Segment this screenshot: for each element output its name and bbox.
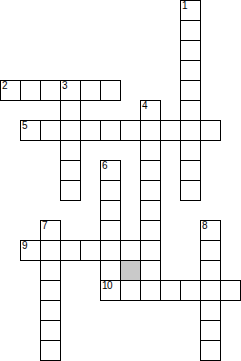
crossword-cell[interactable]: [160, 280, 181, 301]
crossword-cell[interactable]: [180, 180, 201, 201]
clue-number: 2: [2, 81, 7, 91]
clue-number: 10: [102, 281, 112, 291]
crossword-cell[interactable]: [160, 120, 181, 141]
crossword-cell[interactable]: [100, 240, 121, 261]
clue-number: 8: [202, 221, 207, 231]
crossword-cell[interactable]: [140, 120, 161, 141]
clue-number: 6: [102, 161, 107, 171]
clue-number: 1: [182, 1, 187, 11]
crossword-cell[interactable]: [180, 80, 201, 101]
crossword-cell[interactable]: [120, 240, 141, 261]
crossword-cell[interactable]: [100, 120, 121, 141]
crossword-cell[interactable]: [180, 140, 201, 161]
crossword-cell[interactable]: [180, 160, 201, 181]
crossword-cell[interactable]: [100, 180, 121, 201]
crossword-cell[interactable]: [40, 120, 61, 141]
crossword-cell[interactable]: [40, 320, 61, 341]
crossword-cell[interactable]: [200, 300, 221, 321]
crossword-cell[interactable]: [40, 80, 61, 101]
crossword-cell[interactable]: [100, 80, 121, 101]
crossword-cell[interactable]: [100, 260, 121, 281]
crossword-cell[interactable]: [140, 220, 161, 241]
crossword-cell[interactable]: [140, 240, 161, 261]
crossword-cell[interactable]: [60, 100, 81, 121]
crossword-cell[interactable]: [140, 280, 161, 301]
crossword-cell[interactable]: [120, 280, 141, 301]
crossword-cell[interactable]: [60, 180, 81, 201]
crossword-cell[interactable]: [80, 240, 101, 261]
clue-number: 7: [42, 221, 47, 231]
crossword-cell[interactable]: [140, 140, 161, 161]
crossword-cell[interactable]: [140, 260, 161, 281]
crossword-cell[interactable]: [140, 200, 161, 221]
crossword-cell[interactable]: [140, 180, 161, 201]
shaded-cell[interactable]: [120, 260, 141, 281]
crossword-cell[interactable]: [180, 280, 201, 301]
crossword-cell[interactable]: [220, 280, 241, 301]
crossword-cell[interactable]: [200, 320, 221, 341]
crossword-cell[interactable]: [60, 120, 81, 141]
crossword-cell[interactable]: [120, 120, 141, 141]
crossword-cell[interactable]: [20, 80, 41, 101]
crossword-cell[interactable]: [180, 120, 201, 141]
crossword-cell[interactable]: [40, 340, 61, 361]
crossword-cell[interactable]: [40, 300, 61, 321]
crossword-cell[interactable]: [60, 240, 81, 261]
crossword-cell[interactable]: [80, 120, 101, 141]
clue-number: 5: [22, 121, 27, 131]
clue-number: 3: [62, 81, 67, 91]
crossword-cell[interactable]: [200, 240, 221, 261]
crossword-cell[interactable]: [100, 200, 121, 221]
crossword-cell[interactable]: [80, 80, 101, 101]
clue-number: 4: [142, 101, 147, 111]
crossword-cell[interactable]: [180, 20, 201, 41]
crossword-cell[interactable]: [180, 40, 201, 61]
crossword-cell[interactable]: [60, 160, 81, 181]
crossword-cell[interactable]: [40, 240, 61, 261]
crossword-cell[interactable]: [200, 120, 221, 141]
crossword-cell[interactable]: [180, 100, 201, 121]
crossword-cell[interactable]: [140, 160, 161, 181]
crossword-cell[interactable]: [40, 280, 61, 301]
crossword-cell[interactable]: [180, 60, 201, 81]
crossword-cell[interactable]: [40, 260, 61, 281]
crossword-cell[interactable]: [100, 220, 121, 241]
crossword-cell[interactable]: [60, 140, 81, 161]
crossword-cell[interactable]: [200, 260, 221, 281]
crossword-cell[interactable]: [200, 340, 221, 361]
crossword-board: 12345678910: [0, 0, 241, 361]
clue-number: 9: [22, 241, 27, 251]
crossword-cell[interactable]: [200, 280, 221, 301]
